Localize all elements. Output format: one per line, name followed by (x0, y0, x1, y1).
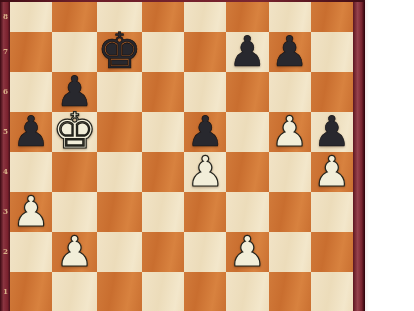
rank-label-cell-3: 3 (0, 192, 10, 232)
square-h8[interactable] (311, 2, 353, 32)
rank-label-cell-1: 1 (0, 272, 10, 311)
square-g2[interactable] (269, 232, 311, 272)
square-h5[interactable]: ♟ (311, 112, 353, 152)
square-a3[interactable]: ♟ (10, 192, 52, 232)
square-b2[interactable]: ♟ (52, 232, 97, 272)
square-h4[interactable]: ♟ (311, 152, 353, 192)
square-b4[interactable] (52, 152, 97, 192)
board-row: 87654321 ♚♟♟♟♟♚♟♟♟♟♟♟♟♟ (0, 2, 365, 311)
square-f3[interactable] (226, 192, 268, 232)
square-c1[interactable] (97, 272, 142, 311)
square-a8[interactable] (10, 2, 52, 32)
rank-label-2: 2 (2, 248, 7, 255)
rank-label-6: 6 (2, 88, 7, 95)
square-d1[interactable] (142, 272, 184, 311)
square-d4[interactable] (142, 152, 184, 192)
white-king-b5[interactable]: ♚ (52, 106, 97, 156)
square-d7[interactable] (142, 32, 184, 72)
rank-label-cell-8: 8 (0, 2, 10, 32)
square-a7[interactable] (10, 32, 52, 72)
square-e4[interactable]: ♟ (184, 152, 226, 192)
square-e6[interactable] (184, 72, 226, 112)
square-f6[interactable] (226, 72, 268, 112)
square-h6[interactable] (311, 72, 353, 112)
rank-label-cell-5: 5 (0, 112, 10, 152)
square-h7[interactable] (311, 32, 353, 72)
square-g4[interactable] (269, 152, 311, 192)
square-d6[interactable] (142, 72, 184, 112)
square-e3[interactable] (184, 192, 226, 232)
chess-diagram: 87654321 ♚♟♟♟♟♚♟♟♟♟♟♟♟♟ (0, 0, 414, 311)
square-c3[interactable] (97, 192, 142, 232)
square-e5[interactable]: ♟ (184, 112, 226, 152)
board: ♚♟♟♟♟♚♟♟♟♟♟♟♟♟ (10, 2, 353, 311)
square-a1[interactable] (10, 272, 52, 311)
white-pawn-a3[interactable]: ♟ (12, 191, 50, 233)
square-b3[interactable] (52, 192, 97, 232)
square-c6[interactable] (97, 72, 142, 112)
square-b1[interactable] (52, 272, 97, 311)
rank-label-8: 8 (2, 13, 7, 20)
square-g3[interactable] (269, 192, 311, 232)
square-b7[interactable] (52, 32, 97, 72)
black-pawn-f7[interactable]: ♟ (229, 31, 267, 73)
square-d3[interactable] (142, 192, 184, 232)
rank-label-1: 1 (2, 288, 7, 295)
white-pawn-f2[interactable]: ♟ (229, 231, 267, 273)
square-d2[interactable] (142, 232, 184, 272)
square-f1[interactable] (226, 272, 268, 311)
rank-label-3: 3 (2, 208, 7, 215)
square-a4[interactable] (10, 152, 52, 192)
square-e7[interactable] (184, 32, 226, 72)
square-a5[interactable]: ♟ (10, 112, 52, 152)
square-g5[interactable]: ♟ (269, 112, 311, 152)
white-pawn-e4[interactable]: ♟ (186, 151, 224, 193)
square-e8[interactable] (184, 2, 226, 32)
white-pawn-b2[interactable]: ♟ (56, 231, 94, 273)
square-c2[interactable] (97, 232, 142, 272)
square-c7[interactable]: ♚ (97, 32, 142, 72)
black-pawn-g7[interactable]: ♟ (271, 31, 309, 73)
rank-label-7: 7 (2, 48, 7, 55)
square-g1[interactable] (269, 272, 311, 311)
square-c4[interactable] (97, 152, 142, 192)
white-pawn-h4[interactable]: ♟ (313, 151, 351, 193)
rank-label-5: 5 (2, 128, 7, 135)
square-b5[interactable]: ♚ (52, 112, 97, 152)
square-f5[interactable] (226, 112, 268, 152)
square-f4[interactable] (226, 152, 268, 192)
square-b8[interactable] (52, 2, 97, 32)
square-g7[interactable]: ♟ (269, 32, 311, 72)
square-f2[interactable]: ♟ (226, 232, 268, 272)
square-a6[interactable] (10, 72, 52, 112)
rank-labels-border: 87654321 (0, 2, 10, 311)
square-h2[interactable] (311, 232, 353, 272)
square-a2[interactable] (10, 232, 52, 272)
square-g6[interactable] (269, 72, 311, 112)
white-pawn-g5[interactable]: ♟ (271, 111, 309, 153)
square-f7[interactable]: ♟ (226, 32, 268, 72)
rank-label-cell-7: 7 (0, 32, 10, 72)
square-d8[interactable] (142, 2, 184, 32)
rank-label-cell-4: 4 (0, 152, 10, 192)
square-c5[interactable] (97, 112, 142, 152)
square-d5[interactable] (142, 112, 184, 152)
chess-board-panel: 87654321 ♚♟♟♟♟♚♟♟♟♟♟♟♟♟ (0, 0, 365, 311)
square-h1[interactable] (311, 272, 353, 311)
black-king-c7[interactable]: ♚ (97, 26, 142, 76)
square-e1[interactable] (184, 272, 226, 311)
page-background (365, 0, 414, 311)
board-right-border (353, 2, 365, 311)
square-e2[interactable] (184, 232, 226, 272)
square-h3[interactable] (311, 192, 353, 232)
rank-label-cell-2: 2 (0, 232, 10, 272)
black-pawn-a5[interactable]: ♟ (12, 111, 50, 153)
rank-label-4: 4 (2, 168, 7, 175)
rank-label-cell-6: 6 (0, 72, 10, 112)
